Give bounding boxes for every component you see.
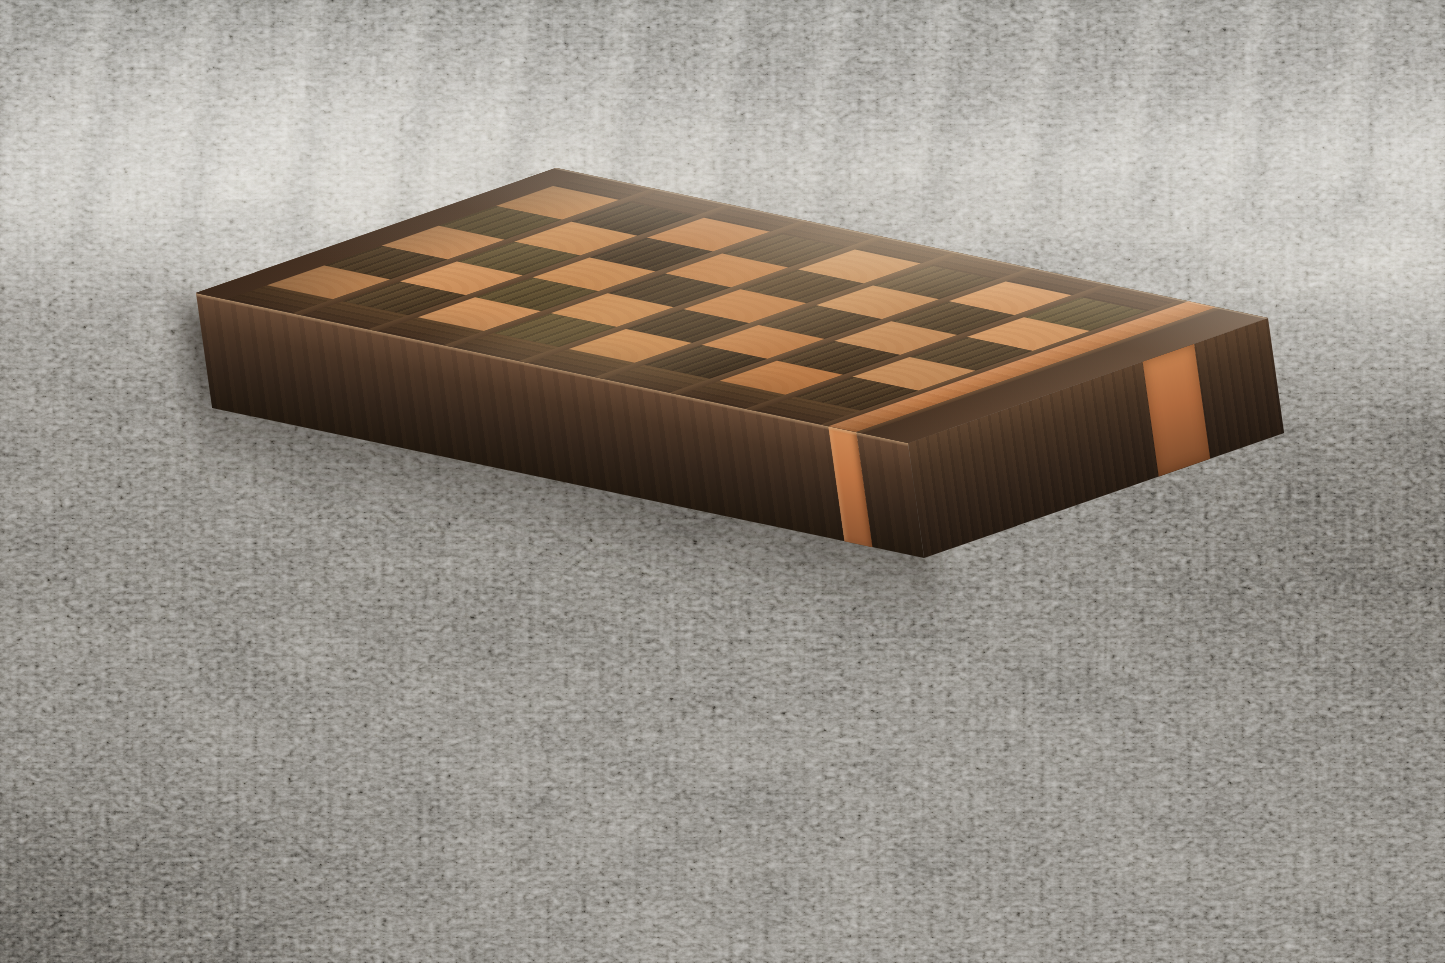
cutting-board <box>0 0 1445 963</box>
photo-scene <box>0 0 1445 963</box>
